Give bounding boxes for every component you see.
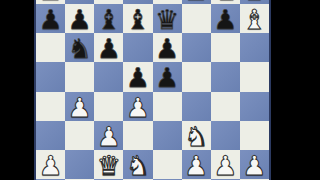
white-knight[interactable]: ♞ — [126, 151, 150, 180]
square-a4[interactable] — [36, 92, 65, 121]
square-h7[interactable]: ♝ — [240, 4, 269, 33]
square-h2[interactable]: ♟ — [240, 150, 269, 179]
square-e2[interactable] — [153, 150, 182, 179]
square-a7[interactable]: ♟ — [36, 4, 65, 33]
white-knight[interactable]: ♞ — [184, 122, 208, 151]
square-g4[interactable] — [211, 92, 240, 121]
square-a5[interactable] — [36, 62, 65, 91]
black-pawn[interactable]: ♟ — [213, 5, 237, 34]
square-e7[interactable]: ♛ — [153, 4, 182, 33]
square-b3[interactable] — [65, 121, 94, 150]
square-g7[interactable]: ♟ — [211, 4, 240, 33]
black-pawn[interactable]: ♟ — [155, 34, 179, 63]
white-pawn[interactable]: ♟ — [97, 122, 121, 151]
white-pawn[interactable]: ♟ — [213, 151, 237, 180]
black-bishop[interactable]: ♝ — [126, 5, 150, 34]
square-c6[interactable]: ♟ — [94, 33, 123, 62]
square-b4[interactable]: ♟ — [65, 92, 94, 121]
white-bishop[interactable]: ♝ — [242, 5, 266, 34]
white-queen[interactable]: ♛ — [97, 151, 121, 180]
square-h5[interactable] — [240, 62, 269, 91]
square-b7[interactable]: ♟ — [65, 4, 94, 33]
square-f3[interactable]: ♞ — [182, 121, 211, 150]
square-e4[interactable] — [153, 92, 182, 121]
black-knight[interactable]: ♞ — [68, 34, 92, 63]
square-f1[interactable] — [182, 179, 211, 180]
square-g2[interactable]: ♟ — [211, 150, 240, 179]
square-a2[interactable]: ♟ — [36, 150, 65, 179]
black-queen[interactable]: ♛ — [155, 5, 179, 34]
white-pawn[interactable]: ♟ — [38, 151, 62, 180]
square-d2[interactable]: ♞ — [123, 150, 152, 179]
square-e3[interactable] — [153, 121, 182, 150]
square-b2[interactable] — [65, 150, 94, 179]
square-d3[interactable] — [123, 121, 152, 150]
square-c4[interactable] — [94, 92, 123, 121]
square-h3[interactable] — [240, 121, 269, 150]
white-pawn[interactable]: ♟ — [242, 151, 266, 180]
square-c3[interactable]: ♟ — [94, 121, 123, 150]
square-b1[interactable] — [65, 179, 94, 180]
letterbox-left — [0, 0, 34, 180]
white-pawn[interactable]: ♟ — [68, 93, 92, 122]
chess-board-frame: ♜♜♞♚♟♟♝♝♛♟♝♞♟♟♟♟♟♟♟♞♟♛♞♟♟♟ — [34, 0, 271, 180]
square-e6[interactable]: ♟ — [153, 33, 182, 62]
square-c1[interactable] — [94, 179, 123, 180]
square-a6[interactable] — [36, 33, 65, 62]
black-pawn[interactable]: ♟ — [68, 5, 92, 34]
square-c2[interactable]: ♛ — [94, 150, 123, 179]
white-pawn[interactable]: ♟ — [184, 151, 208, 180]
square-b5[interactable] — [65, 62, 94, 91]
black-pawn[interactable]: ♟ — [97, 34, 121, 63]
square-d6[interactable] — [123, 33, 152, 62]
square-c5[interactable] — [94, 62, 123, 91]
square-f4[interactable] — [182, 92, 211, 121]
square-e1[interactable] — [153, 179, 182, 180]
square-f2[interactable]: ♟ — [182, 150, 211, 179]
square-g6[interactable] — [211, 33, 240, 62]
square-d7[interactable]: ♝ — [123, 4, 152, 33]
square-h6[interactable] — [240, 33, 269, 62]
black-pawn[interactable]: ♟ — [155, 63, 179, 92]
square-d5[interactable]: ♟ — [123, 62, 152, 91]
square-a1[interactable] — [36, 179, 65, 180]
white-pawn[interactable]: ♟ — [126, 93, 150, 122]
square-f7[interactable] — [182, 4, 211, 33]
square-d4[interactable]: ♟ — [123, 92, 152, 121]
black-bishop[interactable]: ♝ — [97, 5, 121, 34]
square-b6[interactable]: ♞ — [65, 33, 94, 62]
square-h4[interactable] — [240, 92, 269, 121]
square-d1[interactable] — [123, 179, 152, 180]
black-pawn[interactable]: ♟ — [126, 63, 150, 92]
square-g1[interactable] — [211, 179, 240, 180]
video-frame: ♜♜♞♚♟♟♝♝♛♟♝♞♟♟♟♟♟♟♟♞♟♛♞♟♟♟ — [0, 0, 320, 180]
square-g3[interactable] — [211, 121, 240, 150]
square-c7[interactable]: ♝ — [94, 4, 123, 33]
chess-board[interactable]: ♜♜♞♚♟♟♝♝♛♟♝♞♟♟♟♟♟♟♟♞♟♛♞♟♟♟ — [36, 0, 269, 180]
letterbox-right — [271, 0, 320, 180]
square-e5[interactable]: ♟ — [153, 62, 182, 91]
square-f6[interactable] — [182, 33, 211, 62]
black-pawn[interactable]: ♟ — [38, 5, 62, 34]
square-g5[interactable] — [211, 62, 240, 91]
square-h1[interactable] — [240, 179, 269, 180]
square-f5[interactable] — [182, 62, 211, 91]
square-a3[interactable] — [36, 121, 65, 150]
